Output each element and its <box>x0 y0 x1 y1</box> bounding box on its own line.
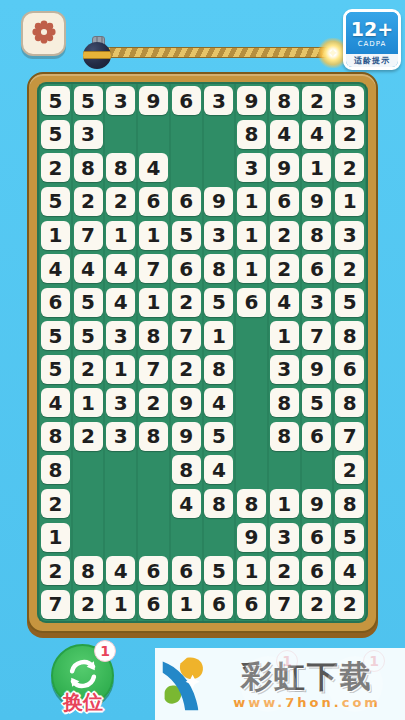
tile-cell: 3 <box>333 84 366 118</box>
tile-cell: 9 <box>301 353 334 387</box>
age-rating-org: CADPA <box>358 40 387 48</box>
tile-cell: 5 <box>170 218 203 252</box>
tile-cell: 6 <box>170 252 203 286</box>
tile-cell: 1 <box>235 185 268 219</box>
ghost-powerup-button[interactable]: 1 <box>327 656 383 712</box>
number-tile[interactable]: 2 <box>74 355 103 384</box>
tile-cell: 2 <box>268 554 301 588</box>
tile-cell: 6 <box>137 554 170 588</box>
number-tile[interactable]: 9 <box>139 86 168 115</box>
number-tile[interactable]: 8 <box>41 455 70 484</box>
tile-cell: 3 <box>203 84 236 118</box>
tile-cell: 6 <box>235 285 268 319</box>
tile-cell: 6 <box>170 185 203 219</box>
number-tile[interactable]: 3 <box>270 523 299 552</box>
number-tile[interactable]: 6 <box>302 523 331 552</box>
number-tile[interactable]: 8 <box>270 388 299 417</box>
tile-cell: 8 <box>268 420 301 454</box>
number-tile[interactable]: 1 <box>270 321 299 350</box>
number-tile[interactable]: 4 <box>270 288 299 317</box>
tile-cell: 7 <box>137 353 170 387</box>
tile-cell: 9 <box>170 420 203 454</box>
tile-cell: 3 <box>72 118 105 152</box>
tile-cell: 4 <box>301 118 334 152</box>
tile-cell: 8 <box>137 319 170 353</box>
empty-cell <box>104 453 137 487</box>
number-tile[interactable]: 5 <box>204 288 233 317</box>
empty-cell <box>203 151 236 185</box>
number-tile[interactable]: 1 <box>139 221 168 250</box>
tile-cell: 2 <box>333 453 366 487</box>
number-tile[interactable]: 8 <box>204 254 233 283</box>
number-tile[interactable]: 5 <box>41 187 70 216</box>
tile-cell: 1 <box>235 252 268 286</box>
tile-cell: 1 <box>137 285 170 319</box>
number-tile[interactable]: 1 <box>270 489 299 518</box>
tile-cell: 5 <box>39 84 72 118</box>
tile-cell: 8 <box>268 84 301 118</box>
tile-cell: 6 <box>170 554 203 588</box>
tile-cell: 8 <box>235 118 268 152</box>
number-tile[interactable]: 3 <box>335 86 364 115</box>
tile-cell: 6 <box>203 587 236 621</box>
number-tile[interactable]: 8 <box>237 120 266 149</box>
tile-cell: 7 <box>39 587 72 621</box>
number-tile[interactable]: 3 <box>302 288 331 317</box>
tile-cell: 7 <box>137 252 170 286</box>
number-tile[interactable]: 5 <box>41 321 70 350</box>
tile-cell: 3 <box>301 285 334 319</box>
empty-cell <box>235 386 268 420</box>
number-tile[interactable]: 7 <box>74 221 103 250</box>
empty-cell <box>203 520 236 554</box>
number-tile[interactable]: 1 <box>237 187 266 216</box>
empty-cell <box>104 520 137 554</box>
tile-cell: 1 <box>333 185 366 219</box>
tile-cell: 4 <box>268 285 301 319</box>
number-tile[interactable]: 4 <box>204 388 233 417</box>
tile-cell: 6 <box>268 185 301 219</box>
number-tile[interactable]: 5 <box>204 556 233 585</box>
tile-cell: 5 <box>203 420 236 454</box>
tile-cell: 4 <box>104 285 137 319</box>
tile-cell: 4 <box>39 386 72 420</box>
tile-cell: 6 <box>39 285 72 319</box>
number-tile[interactable]: 9 <box>237 523 266 552</box>
swap-count-badge: 1 <box>94 640 116 662</box>
tile-cell: 1 <box>203 319 236 353</box>
empty-cell <box>137 453 170 487</box>
tile-cell: 5 <box>333 285 366 319</box>
number-tile[interactable]: 1 <box>172 590 201 619</box>
number-tile[interactable]: 1 <box>237 556 266 585</box>
tile-cell: 1 <box>104 587 137 621</box>
tile-cell: 1 <box>235 218 268 252</box>
number-tile[interactable]: 7 <box>270 590 299 619</box>
number-tile[interactable]: 1 <box>204 321 233 350</box>
number-tile[interactable]: 8 <box>106 153 135 182</box>
tile-cell: 3 <box>104 420 137 454</box>
number-tile[interactable]: 6 <box>172 556 201 585</box>
tile-cell: 9 <box>235 520 268 554</box>
number-tile[interactable]: 6 <box>139 187 168 216</box>
tile-cell: 2 <box>72 420 105 454</box>
tile-cell: 2 <box>39 151 72 185</box>
tile-cell: 9 <box>170 386 203 420</box>
number-tile[interactable]: 9 <box>302 187 331 216</box>
number-tile[interactable]: 2 <box>106 187 135 216</box>
number-tile[interactable]: 3 <box>106 422 135 451</box>
tile-cell: 6 <box>301 554 334 588</box>
empty-cell <box>170 118 203 152</box>
number-tile[interactable]: 8 <box>204 489 233 518</box>
number-tile[interactable]: 4 <box>106 288 135 317</box>
number-tile[interactable]: 2 <box>335 254 364 283</box>
board: 5539639823538442288439125226691691171153… <box>37 82 368 623</box>
number-tile[interactable]: 6 <box>172 86 201 115</box>
tile-cell: 5 <box>39 185 72 219</box>
number-tile[interactable]: 2 <box>74 187 103 216</box>
tile-cell: 2 <box>104 185 137 219</box>
tile-grid: 5539639823538442288439125226691691171153… <box>39 84 366 621</box>
age-rating-badge: 12+ CADPA 适龄提示 <box>343 9 401 70</box>
tile-cell: 3 <box>333 218 366 252</box>
tile-cell: 2 <box>301 84 334 118</box>
number-tile[interactable]: 1 <box>41 523 70 552</box>
number-tile[interactable]: 4 <box>204 455 233 484</box>
tile-cell: 8 <box>203 252 236 286</box>
tile-cell: 2 <box>170 285 203 319</box>
tile-cell: 2 <box>268 218 301 252</box>
number-tile[interactable]: 7 <box>41 590 70 619</box>
tile-cell: 5 <box>203 285 236 319</box>
tile-cell: 1 <box>104 218 137 252</box>
number-tile[interactable]: 6 <box>139 556 168 585</box>
number-tile[interactable]: 1 <box>237 221 266 250</box>
tile-cell: 5 <box>203 554 236 588</box>
number-tile[interactable]: 2 <box>172 355 201 384</box>
number-tile[interactable]: 8 <box>41 422 70 451</box>
tile-cell: 7 <box>333 420 366 454</box>
tile-cell: 8 <box>72 554 105 588</box>
number-tile[interactable]: 6 <box>139 590 168 619</box>
tile-cell: 6 <box>137 587 170 621</box>
number-tile[interactable]: 9 <box>302 489 331 518</box>
tile-cell: 4 <box>39 252 72 286</box>
number-tile[interactable]: 1 <box>106 355 135 384</box>
number-tile[interactable]: 1 <box>237 254 266 283</box>
number-tile[interactable]: 9 <box>204 187 233 216</box>
number-tile[interactable]: 6 <box>41 288 70 317</box>
number-tile[interactable]: 6 <box>302 556 331 585</box>
number-tile[interactable]: 5 <box>335 288 364 317</box>
number-tile[interactable]: 5 <box>41 120 70 149</box>
tile-cell: 1 <box>72 386 105 420</box>
tile-cell: 2 <box>72 185 105 219</box>
number-tile[interactable]: 8 <box>237 489 266 518</box>
number-tile[interactable]: 9 <box>270 153 299 182</box>
tile-cell: 2 <box>72 587 105 621</box>
number-tile[interactable]: 8 <box>204 355 233 384</box>
number-tile[interactable]: 7 <box>302 321 331 350</box>
tile-cell: 2 <box>39 487 72 521</box>
tile-cell: 6 <box>301 520 334 554</box>
tile-cell: 1 <box>235 554 268 588</box>
number-tile[interactable]: 8 <box>335 321 364 350</box>
tile-cell: 5 <box>72 319 105 353</box>
tile-cell: 9 <box>301 185 334 219</box>
number-tile[interactable]: 5 <box>204 422 233 451</box>
empty-cell <box>104 487 137 521</box>
tile-cell: 5 <box>72 84 105 118</box>
watermark-banner: 1 1 彩虹下载 www.7hon.com <box>155 648 405 720</box>
number-tile[interactable]: 2 <box>302 86 331 115</box>
tile-cell: 4 <box>72 252 105 286</box>
tile-cell: 4 <box>137 151 170 185</box>
tile-cell: 2 <box>39 554 72 588</box>
number-tile[interactable]: 4 <box>106 556 135 585</box>
number-tile[interactable]: 2 <box>74 422 103 451</box>
tile-cell: 5 <box>333 520 366 554</box>
swap-button-label: 换位 <box>44 689 122 716</box>
number-tile[interactable]: 6 <box>172 187 201 216</box>
empty-cell <box>137 118 170 152</box>
number-tile[interactable]: 4 <box>41 388 70 417</box>
tile-cell: 8 <box>104 151 137 185</box>
age-rating-text: 12+ <box>351 19 393 39</box>
number-tile[interactable]: 4 <box>335 556 364 585</box>
number-tile[interactable]: 5 <box>74 86 103 115</box>
tile-cell: 8 <box>333 487 366 521</box>
age-rating-label: 适龄提示 <box>346 54 398 67</box>
number-tile[interactable]: 3 <box>106 321 135 350</box>
tile-cell: 9 <box>203 185 236 219</box>
tile-cell: 8 <box>39 453 72 487</box>
number-tile[interactable]: 8 <box>270 86 299 115</box>
tile-cell: 8 <box>170 453 203 487</box>
gear-icon <box>29 17 59 51</box>
number-tile[interactable]: 2 <box>172 288 201 317</box>
tile-cell: 8 <box>203 487 236 521</box>
tile-cell: 6 <box>170 84 203 118</box>
number-tile[interactable]: 4 <box>41 254 70 283</box>
tile-cell: 1 <box>170 587 203 621</box>
empty-cell <box>170 520 203 554</box>
number-tile[interactable]: 3 <box>204 86 233 115</box>
number-tile[interactable]: 6 <box>302 254 331 283</box>
tile-cell: 6 <box>301 420 334 454</box>
number-tile[interactable]: 6 <box>270 187 299 216</box>
number-tile[interactable]: 8 <box>270 422 299 451</box>
number-tile[interactable]: 8 <box>302 221 331 250</box>
number-tile[interactable]: 9 <box>237 86 266 115</box>
number-tile[interactable]: 2 <box>270 221 299 250</box>
number-tile[interactable]: 2 <box>335 120 364 149</box>
empty-cell <box>235 453 268 487</box>
fuse-rope <box>104 47 330 58</box>
number-tile[interactable]: 7 <box>139 355 168 384</box>
number-tile[interactable]: 3 <box>270 355 299 384</box>
tile-cell: 5 <box>39 319 72 353</box>
tile-cell: 2 <box>333 252 366 286</box>
tile-cell: 2 <box>268 252 301 286</box>
number-tile[interactable]: 3 <box>237 153 266 182</box>
number-tile[interactable]: 1 <box>335 187 364 216</box>
tile-cell: 9 <box>137 84 170 118</box>
number-tile[interactable]: 6 <box>237 288 266 317</box>
number-tile[interactable]: 7 <box>172 321 201 350</box>
number-tile[interactable]: 3 <box>106 86 135 115</box>
number-tile[interactable]: 2 <box>335 455 364 484</box>
number-tile[interactable]: 9 <box>172 388 201 417</box>
number-tile[interactable]: 6 <box>302 422 331 451</box>
tile-cell: 1 <box>104 353 137 387</box>
number-tile[interactable]: 9 <box>172 422 201 451</box>
tile-cell: 1 <box>39 520 72 554</box>
number-tile[interactable]: 4 <box>139 153 168 182</box>
tile-cell: 8 <box>137 420 170 454</box>
empty-cell <box>137 520 170 554</box>
tile-cell: 4 <box>104 554 137 588</box>
number-tile[interactable]: 1 <box>106 221 135 250</box>
number-tile[interactable]: 2 <box>302 590 331 619</box>
number-tile[interactable]: 8 <box>139 321 168 350</box>
number-tile[interactable]: 2 <box>335 153 364 182</box>
number-tile[interactable]: 4 <box>270 120 299 149</box>
number-tile[interactable]: 2 <box>270 254 299 283</box>
tile-cell: 2 <box>72 353 105 387</box>
board-frame: 5539639823538442288439125226691691171153… <box>27 72 378 633</box>
tile-cell: 7 <box>170 319 203 353</box>
tile-cell: 9 <box>268 151 301 185</box>
empty-cell <box>72 520 105 554</box>
number-tile[interactable]: 2 <box>335 590 364 619</box>
number-tile[interactable]: 2 <box>74 590 103 619</box>
number-tile[interactable]: 3 <box>204 221 233 250</box>
number-tile[interactable]: 8 <box>335 388 364 417</box>
number-tile[interactable]: 5 <box>74 321 103 350</box>
number-tile[interactable]: 4 <box>172 489 201 518</box>
number-tile[interactable]: 1 <box>41 221 70 250</box>
tile-cell: 8 <box>301 218 334 252</box>
tile-cell: 9 <box>301 487 334 521</box>
tile-cell: 8 <box>39 420 72 454</box>
tile-cell: 4 <box>104 252 137 286</box>
tile-cell: 9 <box>235 84 268 118</box>
bomb-icon <box>83 36 113 68</box>
number-tile[interactable]: 1 <box>106 590 135 619</box>
tile-cell: 5 <box>301 386 334 420</box>
tile-cell: 3 <box>268 353 301 387</box>
number-tile[interactable]: 1 <box>302 153 331 182</box>
tile-cell: 1 <box>268 487 301 521</box>
number-tile[interactable]: 3 <box>74 120 103 149</box>
ghost-count-badge: 1 <box>363 650 385 672</box>
tile-cell: 7 <box>268 587 301 621</box>
ghost-powerup-button[interactable]: 1 <box>240 656 296 712</box>
number-tile[interactable]: 5 <box>302 388 331 417</box>
number-tile[interactable]: 4 <box>74 254 103 283</box>
number-tile[interactable]: 7 <box>335 422 364 451</box>
number-tile[interactable]: 9 <box>302 355 331 384</box>
number-tile[interactable]: 8 <box>335 489 364 518</box>
empty-cell <box>104 118 137 152</box>
number-tile[interactable]: 2 <box>139 388 168 417</box>
empty-cell <box>301 453 334 487</box>
number-tile[interactable]: 2 <box>270 556 299 585</box>
number-tile[interactable]: 5 <box>41 355 70 384</box>
tile-cell: 3 <box>104 386 137 420</box>
number-tile[interactable]: 6 <box>204 590 233 619</box>
tile-cell: 6 <box>301 252 334 286</box>
watermark-logo-icon <box>159 654 215 714</box>
number-tile[interactable]: 1 <box>74 388 103 417</box>
number-tile[interactable]: 2 <box>41 556 70 585</box>
tile-cell: 4 <box>268 118 301 152</box>
number-tile[interactable]: 8 <box>74 153 103 182</box>
empty-cell <box>170 151 203 185</box>
tile-cell: 4 <box>333 554 366 588</box>
settings-button[interactable] <box>21 11 66 56</box>
tile-cell: 3 <box>268 520 301 554</box>
tile-cell: 8 <box>72 151 105 185</box>
empty-cell <box>72 487 105 521</box>
number-tile[interactable]: 5 <box>335 523 364 552</box>
number-tile[interactable]: 8 <box>139 422 168 451</box>
number-tile[interactable]: 8 <box>172 455 201 484</box>
tile-cell: 1 <box>301 151 334 185</box>
number-tile[interactable]: 3 <box>335 221 364 250</box>
empty-cell <box>137 487 170 521</box>
tile-cell: 8 <box>203 353 236 387</box>
tile-cell: 8 <box>333 319 366 353</box>
number-tile[interactable]: 6 <box>237 590 266 619</box>
number-tile[interactable]: 4 <box>106 254 135 283</box>
tile-cell: 6 <box>137 185 170 219</box>
tile-cell: 8 <box>235 487 268 521</box>
number-tile[interactable]: 6 <box>335 355 364 384</box>
number-tile[interactable]: 3 <box>106 388 135 417</box>
number-tile[interactable]: 6 <box>172 254 201 283</box>
tile-cell: 2 <box>170 353 203 387</box>
tile-cell: 1 <box>39 218 72 252</box>
tile-cell: 2 <box>301 587 334 621</box>
tile-cell: 4 <box>203 386 236 420</box>
number-tile[interactable]: 4 <box>302 120 331 149</box>
number-tile[interactable]: 7 <box>139 254 168 283</box>
number-tile[interactable]: 2 <box>41 489 70 518</box>
tile-cell: 7 <box>301 319 334 353</box>
tile-cell: 1 <box>137 218 170 252</box>
tile-cell: 6 <box>235 587 268 621</box>
number-tile[interactable]: 8 <box>74 556 103 585</box>
tile-cell: 3 <box>104 84 137 118</box>
number-tile[interactable]: 5 <box>172 221 201 250</box>
tile-cell: 3 <box>203 218 236 252</box>
empty-cell <box>268 453 301 487</box>
tile-cell: 7 <box>72 218 105 252</box>
empty-cell <box>235 420 268 454</box>
number-tile[interactable]: 2 <box>41 153 70 182</box>
tile-cell: 8 <box>333 386 366 420</box>
tile-cell: 8 <box>268 386 301 420</box>
ghost-count-badge: 1 <box>276 650 298 672</box>
tile-cell: 5 <box>39 353 72 387</box>
number-tile[interactable]: 5 <box>74 288 103 317</box>
number-tile[interactable]: 5 <box>41 86 70 115</box>
tile-cell: 3 <box>235 151 268 185</box>
number-tile[interactable]: 1 <box>139 288 168 317</box>
